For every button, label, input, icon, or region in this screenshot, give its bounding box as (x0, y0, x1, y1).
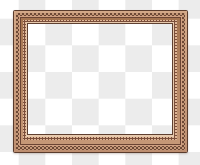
frame-dentil-ornament (16, 13, 185, 150)
frame-thin-dark-line (20, 17, 181, 145)
frame-inner-light-lip (26, 22, 174, 137)
frame-smooth-copper-band (21, 18, 180, 144)
frame-thin-light-line (19, 16, 182, 146)
frame-sight-edge-line (27, 23, 173, 135)
frame-outer-edge-line (13, 10, 188, 153)
frame-outer-light-band (14, 11, 187, 152)
frame-opening-transparent (28, 24, 172, 134)
transparency-checkerboard-canvas (0, 0, 200, 165)
picture-frame (13, 10, 188, 153)
frame-bead-ornament (23, 20, 177, 140)
